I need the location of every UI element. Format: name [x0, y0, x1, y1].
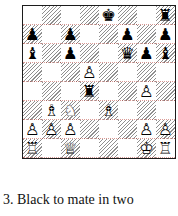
square-f8	[118, 6, 137, 25]
square-f2	[118, 120, 137, 139]
square-f6: ♛	[118, 44, 137, 63]
square-d1	[80, 139, 99, 158]
square-c5	[61, 63, 80, 82]
square-e4	[99, 82, 118, 101]
square-a2: ♟♙	[23, 120, 42, 139]
square-h3	[156, 101, 175, 120]
white-knight-icon: ♞♘	[61, 101, 80, 120]
white-pawn-icon: ♟♙	[23, 120, 42, 139]
square-b8	[42, 6, 61, 25]
square-b7	[42, 25, 61, 44]
square-c7: ♟	[61, 25, 80, 44]
black-rook-icon: ♜	[156, 6, 175, 25]
square-b6	[42, 44, 61, 63]
white-queen-icon: ♛♕	[61, 139, 80, 158]
square-c4	[61, 82, 80, 101]
black-pawn-icon: ♟	[118, 25, 137, 44]
square-a5	[23, 63, 42, 82]
square-c1: ♛♕	[61, 139, 80, 158]
square-h5	[156, 63, 175, 82]
white-rook-icon: ♜♖	[23, 139, 42, 158]
white-pawn-icon: ♟♙	[80, 63, 99, 82]
black-pawn-icon: ♟	[156, 25, 175, 44]
square-a8	[23, 6, 42, 25]
white-king-icon: ♚♔	[137, 139, 156, 158]
square-g7	[137, 25, 156, 44]
white-pawn-icon: ♟♙	[156, 120, 175, 139]
square-c2: ♟♙	[61, 120, 80, 139]
square-a1: ♜♖	[23, 139, 42, 158]
square-f4	[118, 82, 137, 101]
square-h7: ♟	[156, 25, 175, 44]
square-h8: ♜	[156, 6, 175, 25]
chess-board: ♚♜♟♟♟♟♝♟♛♟♝♟♙♜♟♙♝♗♞♘♝♗♟♙♟♙♟♙♟♙♟♙♜♖♛♕♚♔♜♖	[22, 5, 176, 159]
square-g2: ♟♙	[137, 120, 156, 139]
square-h2: ♟♙	[156, 120, 175, 139]
square-d5: ♟♙	[80, 63, 99, 82]
square-h4	[156, 82, 175, 101]
square-a4	[23, 82, 42, 101]
square-e2	[99, 120, 118, 139]
square-a6: ♝	[23, 44, 42, 63]
black-rook-icon: ♜	[80, 82, 99, 101]
square-d4: ♜	[80, 82, 99, 101]
square-b4	[42, 82, 61, 101]
white-bishop-icon: ♝♗	[99, 101, 118, 120]
white-pawn-icon: ♟♙	[61, 120, 80, 139]
square-g4: ♟♙	[137, 82, 156, 101]
white-pawn-icon: ♟♙	[137, 120, 156, 139]
black-pawn-icon: ♟	[23, 25, 42, 44]
square-c8	[61, 6, 80, 25]
square-a3	[23, 101, 42, 120]
black-bishop-icon: ♝	[156, 44, 175, 63]
square-b2: ♟♙	[42, 120, 61, 139]
black-bishop-icon: ♝	[23, 44, 42, 63]
square-f1	[118, 139, 137, 158]
square-d3	[80, 101, 99, 120]
black-king-icon: ♚	[99, 6, 118, 25]
square-a7: ♟	[23, 25, 42, 44]
square-e1	[99, 139, 118, 158]
puzzle-caption: 3. Black to mate in two	[3, 192, 134, 208]
square-e7	[99, 25, 118, 44]
square-c3: ♞♘	[61, 101, 80, 120]
square-h1: ♜♖	[156, 139, 175, 158]
square-e8: ♚	[99, 6, 118, 25]
square-c6: ♟	[61, 44, 80, 63]
black-pawn-icon: ♟	[61, 25, 80, 44]
square-e3: ♝♗	[99, 101, 118, 120]
square-d7	[80, 25, 99, 44]
square-b3: ♝♗	[42, 101, 61, 120]
square-d2	[80, 120, 99, 139]
square-f5	[118, 63, 137, 82]
square-d8	[80, 6, 99, 25]
page: ♚♜♟♟♟♟♝♟♛♟♝♟♙♜♟♙♝♗♞♘♝♗♟♙♟♙♟♙♟♙♟♙♜♖♛♕♚♔♜♖…	[0, 0, 178, 216]
square-g3	[137, 101, 156, 120]
square-f3	[118, 101, 137, 120]
square-f7: ♟	[118, 25, 137, 44]
square-g1: ♚♔	[137, 139, 156, 158]
white-rook-icon: ♜♖	[156, 139, 175, 158]
square-d6	[80, 44, 99, 63]
square-e5	[99, 63, 118, 82]
white-bishop-icon: ♝♗	[42, 101, 61, 120]
square-g6: ♟	[137, 44, 156, 63]
square-h6: ♝	[156, 44, 175, 63]
black-queen-icon: ♛	[118, 44, 137, 63]
square-g5	[137, 63, 156, 82]
square-g8	[137, 6, 156, 25]
square-b1	[42, 139, 61, 158]
white-pawn-icon: ♟♙	[42, 120, 61, 139]
black-pawn-icon: ♟	[61, 44, 80, 63]
square-b5	[42, 63, 61, 82]
white-pawn-icon: ♟♙	[137, 82, 156, 101]
black-pawn-icon: ♟	[137, 44, 156, 63]
square-e6	[99, 44, 118, 63]
